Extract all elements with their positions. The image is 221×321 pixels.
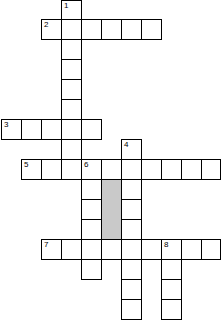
shaded-cell-r10c5[interactable]: [101, 200, 122, 220]
cell-r2c3[interactable]: [61, 39, 82, 60]
cell-r1c3[interactable]: [61, 19, 82, 40]
cell-r12c2[interactable]: 7: [41, 239, 62, 260]
cell-r11c6[interactable]: [121, 219, 142, 240]
cell-r10c6[interactable]: [121, 199, 142, 220]
crossword-board: 12345678: [0, 0, 221, 321]
clue-number-7: 7: [44, 240, 48, 249]
shaded-cell-r9c5[interactable]: [101, 180, 122, 200]
cell-r15c8[interactable]: [161, 299, 182, 320]
cell-r8c10[interactable]: [201, 159, 221, 180]
clue-number-1: 1: [64, 1, 68, 10]
cell-r4c3[interactable]: [61, 79, 82, 100]
cell-r1c5[interactable]: [101, 19, 122, 40]
cell-r1c4[interactable]: [81, 19, 102, 40]
cell-r1c6[interactable]: [121, 19, 142, 40]
cell-r14c8[interactable]: [161, 279, 182, 300]
cell-r0c3[interactable]: 1: [61, 0, 82, 20]
cell-r8c3[interactable]: [61, 159, 82, 180]
cell-r1c2[interactable]: 2: [41, 19, 62, 40]
cell-r12c7[interactable]: [141, 239, 162, 260]
cell-r7c6[interactable]: 4: [121, 139, 142, 160]
cell-r1c7[interactable]: [141, 19, 162, 40]
cell-r6c1[interactable]: [21, 119, 42, 140]
crossword-worksheet: 12345678: [0, 0, 221, 321]
cell-r9c6[interactable]: [121, 179, 142, 200]
cell-r8c7[interactable]: [141, 159, 162, 180]
cell-r13c4[interactable]: [81, 259, 102, 280]
cell-r12c3[interactable]: [61, 239, 82, 260]
cell-r9c4[interactable]: [81, 179, 102, 200]
clue-number-4: 4: [124, 140, 128, 149]
clue-number-5: 5: [24, 160, 28, 169]
cell-r10c4[interactable]: [81, 199, 102, 220]
cell-r6c2[interactable]: [41, 119, 62, 140]
cell-r12c4[interactable]: [81, 239, 102, 260]
cell-r8c1[interactable]: 5: [21, 159, 42, 180]
cell-r8c8[interactable]: [161, 159, 182, 180]
cell-r3c3[interactable]: [61, 59, 82, 80]
cell-r5c3[interactable]: [61, 99, 82, 120]
cell-r8c2[interactable]: [41, 159, 62, 180]
cell-r13c8[interactable]: [161, 259, 182, 280]
cell-r11c4[interactable]: [81, 219, 102, 240]
cell-r8c9[interactable]: [181, 159, 202, 180]
cell-r12c8[interactable]: 8: [161, 239, 182, 260]
clue-number-2: 2: [44, 20, 48, 29]
clue-number-8: 8: [164, 240, 168, 249]
cell-r8c6[interactable]: [121, 159, 142, 180]
cell-r13c6[interactable]: [121, 259, 142, 280]
cell-r6c3[interactable]: [61, 119, 82, 140]
shaded-cell-r11c5[interactable]: [101, 220, 122, 240]
clue-number-6: 6: [84, 160, 88, 169]
cell-r14c6[interactable]: [121, 279, 142, 300]
cell-r6c4[interactable]: [81, 119, 102, 140]
cell-r12c9[interactable]: [181, 239, 202, 260]
clue-number-3: 3: [4, 120, 8, 129]
cell-r15c6[interactable]: [121, 299, 142, 320]
cell-r7c3[interactable]: [61, 139, 82, 160]
cell-r12c5[interactable]: [101, 239, 122, 260]
cell-r12c10[interactable]: [201, 239, 221, 260]
cell-r12c6[interactable]: [121, 239, 142, 260]
cell-r8c5[interactable]: [101, 159, 122, 180]
cell-r8c4[interactable]: 6: [81, 159, 102, 180]
cell-r6c0[interactable]: 3: [1, 119, 22, 140]
